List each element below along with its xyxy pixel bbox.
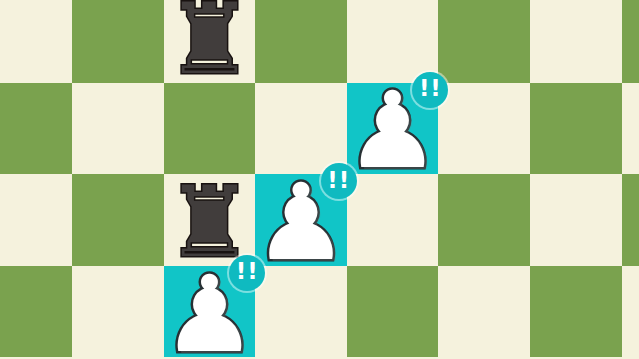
square-b7[interactable] [72, 83, 164, 175]
square-c8[interactable]: ♜ [164, 0, 256, 83]
square-a7[interactable] [0, 83, 72, 175]
square-g8[interactable] [530, 0, 622, 83]
square-e7[interactable]: ♟!! [347, 83, 439, 175]
double-exclam-badge: !! [229, 255, 265, 291]
square-b8[interactable] [72, 0, 164, 83]
board-viewport: ♜♟!!♜♟!!♟!! [0, 0, 639, 359]
black-rook[interactable]: ♜ [165, 0, 253, 88]
square-h5[interactable] [622, 266, 639, 358]
square-d8[interactable] [255, 0, 347, 83]
square-a5[interactable] [0, 266, 72, 358]
square-f8[interactable] [438, 0, 530, 83]
square-f6[interactable] [438, 174, 530, 266]
square-c7[interactable] [164, 83, 256, 175]
square-d6[interactable]: ♟!! [255, 174, 347, 266]
square-g6[interactable] [530, 174, 622, 266]
square-c5[interactable]: ♟!! [164, 266, 256, 358]
square-g5[interactable] [530, 266, 622, 358]
chess-board: ♜♟!!♜♟!!♟!! [0, 0, 639, 357]
square-b5[interactable] [72, 266, 164, 358]
double-exclam-badge: !! [412, 72, 448, 108]
square-a6[interactable] [0, 174, 72, 266]
double-exclam-badge: !! [321, 163, 357, 199]
square-f5[interactable] [438, 266, 530, 358]
square-f7[interactable] [438, 83, 530, 175]
square-h7[interactable] [622, 83, 639, 175]
square-g7[interactable] [530, 83, 622, 175]
square-h8[interactable] [622, 0, 639, 83]
square-a8[interactable] [0, 0, 72, 83]
square-h6[interactable] [622, 174, 639, 266]
square-b6[interactable] [72, 174, 164, 266]
square-e5[interactable] [347, 266, 439, 358]
